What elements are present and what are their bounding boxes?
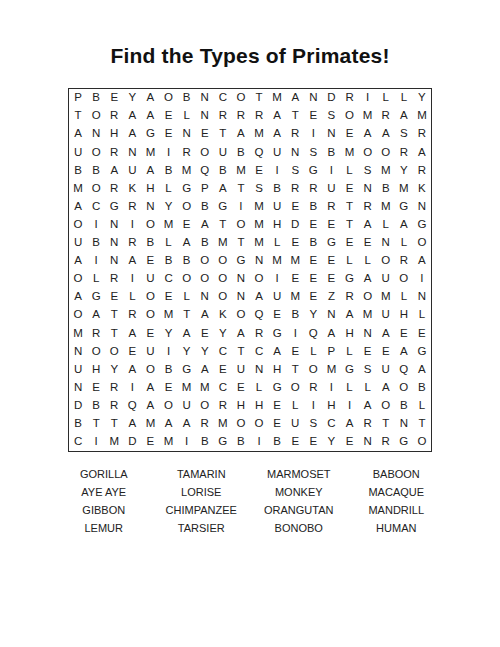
grid-cell-r5c6: B xyxy=(160,161,178,179)
grid-cell-r20c19: G xyxy=(395,433,413,451)
grid-cell-r18c4: Q xyxy=(123,397,141,415)
grid-cell-r10c6: B xyxy=(160,252,178,270)
grid-cell-r1c18: L xyxy=(377,89,395,107)
grid-cell-r18c5: A xyxy=(141,397,159,415)
grid-cell-r2c5: A xyxy=(141,107,159,125)
grid-cell-r4c6: I xyxy=(160,143,178,161)
grid-cell-r15c16: L xyxy=(341,342,359,360)
grid-cell-r17c6: E xyxy=(160,379,178,397)
grid-cell-r18c2: B xyxy=(87,397,105,415)
grid-cell-r17c16: L xyxy=(341,379,359,397)
grid-cell-r12c3: E xyxy=(105,288,123,306)
grid-cell-r9c12: L xyxy=(268,234,286,252)
grid-cell-r6c18: B xyxy=(377,180,395,198)
grid-cell-r15c20: G xyxy=(413,342,431,360)
grid-cell-r2c2: O xyxy=(87,107,105,125)
grid-cell-r16c12: H xyxy=(268,361,286,379)
grid-cell-r11c5: U xyxy=(141,270,159,288)
grid-cell-r8c15: E xyxy=(322,216,340,234)
grid-cell-r18c17: A xyxy=(359,397,377,415)
grid-cell-r2c16: O xyxy=(341,107,359,125)
grid-cell-r10c17: L xyxy=(359,252,377,270)
grid-cell-r4c11: Q xyxy=(250,143,268,161)
grid-cell-r16c6: B xyxy=(160,361,178,379)
grid-cell-r4c10: B xyxy=(232,143,250,161)
grid-cell-r9c8: B xyxy=(196,234,214,252)
grid-cell-r5c20: R xyxy=(413,161,431,179)
grid-cell-r12c9: O xyxy=(214,288,232,306)
grid-cell-r12c19: L xyxy=(395,288,413,306)
grid-cell-r15c1: N xyxy=(69,342,87,360)
grid-cell-r15c5: U xyxy=(141,342,159,360)
grid-cell-r8c3: N xyxy=(105,216,123,234)
grid-cell-r2c8: N xyxy=(196,107,214,125)
grid-cell-r14c1: M xyxy=(69,324,87,342)
grid-cell-r2c3: R xyxy=(105,107,123,125)
grid-cell-r13c2: A xyxy=(87,306,105,324)
grid-cell-r19c9: M xyxy=(214,415,232,433)
grid-cell-r2c14: E xyxy=(304,107,322,125)
grid-cell-r10c9: O xyxy=(214,252,232,270)
grid-cell-r1c16: R xyxy=(341,89,359,107)
grid-cell-r14c7: A xyxy=(178,324,196,342)
grid-cell-r14c15: A xyxy=(322,324,340,342)
grid-cell-r18c19: B xyxy=(395,397,413,415)
grid-cell-r13c8: A xyxy=(196,306,214,324)
grid-cell-r18c15: H xyxy=(322,397,340,415)
grid-cell-r20c5: E xyxy=(141,433,159,451)
grid-cell-r8c14: E xyxy=(304,216,322,234)
grid-cell-r13c14: Y xyxy=(304,306,322,324)
grid-cell-r18c6: O xyxy=(160,397,178,415)
grid-cell-r17c8: M xyxy=(196,379,214,397)
grid-cell-r18c18: O xyxy=(377,397,395,415)
grid-cell-r12c16: R xyxy=(341,288,359,306)
grid-cell-r19c7: A xyxy=(178,415,196,433)
grid-cell-r7c17: R xyxy=(359,198,377,216)
grid-cell-r13c15: N xyxy=(322,306,340,324)
word-list-item-r4c2: TARSIER xyxy=(153,522,251,535)
grid-cell-r8c12: H xyxy=(268,216,286,234)
grid-cell-r18c16: I xyxy=(341,397,359,415)
grid-cell-r6c8: P xyxy=(196,180,214,198)
grid-cell-r10c18: O xyxy=(377,252,395,270)
grid-cell-r15c8: Y xyxy=(196,342,214,360)
grid-cell-r1c14: N xyxy=(304,89,322,107)
grid-cell-r11c1: O xyxy=(69,270,87,288)
grid-cell-r14c10: A xyxy=(232,324,250,342)
grid-cell-r19c20: T xyxy=(413,415,431,433)
grid-cell-r20c12: B xyxy=(268,433,286,451)
grid-cell-r20c13: E xyxy=(286,433,304,451)
grid-cell-r8c9: T xyxy=(214,216,232,234)
grid-cell-r17c4: I xyxy=(123,379,141,397)
grid-cell-r18c3: R xyxy=(105,397,123,415)
grid-cell-r2c17: M xyxy=(359,107,377,125)
grid-cell-r16c20: A xyxy=(413,361,431,379)
grid-cell-r10c8: O xyxy=(196,252,214,270)
grid-cell-r6c11: S xyxy=(250,180,268,198)
grid-cell-r13c16: A xyxy=(341,306,359,324)
grid-cell-r4c7: R xyxy=(178,143,196,161)
grid-cell-r5c5: A xyxy=(141,161,159,179)
grid-cell-r16c1: U xyxy=(69,361,87,379)
grid-cell-r9c9: M xyxy=(214,234,232,252)
grid-cell-r3c13: R xyxy=(286,125,304,143)
word-list-item-r2c1: AYE AYE xyxy=(55,486,153,499)
grid-cell-r18c11: H xyxy=(250,397,268,415)
grid-cell-r17c3: R xyxy=(105,379,123,397)
grid-cell-r19c13: U xyxy=(286,415,304,433)
grid-cell-r13c19: H xyxy=(395,306,413,324)
grid-cell-r6c10: T xyxy=(232,180,250,198)
grid-cell-r20c20: O xyxy=(413,433,431,451)
grid-cell-r6c13: R xyxy=(286,180,304,198)
grid-cell-r6c15: U xyxy=(322,180,340,198)
grid-cell-r5c19: Y xyxy=(395,161,413,179)
grid-cell-r8c6: M xyxy=(160,216,178,234)
grid-cell-r14c14: Q xyxy=(304,324,322,342)
grid-cell-r3c7: N xyxy=(178,125,196,143)
grid-cell-r8c18: L xyxy=(377,216,395,234)
grid-cell-r9c18: N xyxy=(377,234,395,252)
grid-cell-r1c8: N xyxy=(196,89,214,107)
grid-cell-r5c12: I xyxy=(268,161,286,179)
grid-cell-r13c20: L xyxy=(413,306,431,324)
grid-cell-r2c10: R xyxy=(232,107,250,125)
grid-cell-r10c10: G xyxy=(232,252,250,270)
grid-cell-r6c12: B xyxy=(268,180,286,198)
grid-cell-r14c2: R xyxy=(87,324,105,342)
grid-cell-r17c1: N xyxy=(69,379,87,397)
grid-cell-r9c14: B xyxy=(304,234,322,252)
grid-cell-r9c1: U xyxy=(69,234,87,252)
grid-cell-r17c10: E xyxy=(232,379,250,397)
grid-cell-r9c16: E xyxy=(341,234,359,252)
grid-cell-r10c19: R xyxy=(395,252,413,270)
grid-cell-r12c5: O xyxy=(141,288,159,306)
grid-cell-r1c6: O xyxy=(160,89,178,107)
grid-cell-r12c6: E xyxy=(160,288,178,306)
grid-cell-r17c12: G xyxy=(268,379,286,397)
grid-cell-r19c15: C xyxy=(322,415,340,433)
grid-cell-r7c2: C xyxy=(87,198,105,216)
grid-cell-r11c18: U xyxy=(377,270,395,288)
grid-cell-r11c16: G xyxy=(341,270,359,288)
grid-cell-r8c10: O xyxy=(232,216,250,234)
grid-cell-r16c5: O xyxy=(141,361,159,379)
grid-cell-r4c1: U xyxy=(69,143,87,161)
grid-cell-r4c18: O xyxy=(377,143,395,161)
grid-cell-r11c6: C xyxy=(160,270,178,288)
grid-cell-r11c19: O xyxy=(395,270,413,288)
grid-cell-r1c20: Y xyxy=(413,89,431,107)
grid-cell-r11c10: N xyxy=(232,270,250,288)
grid-cell-r15c13: E xyxy=(286,342,304,360)
grid-cell-r20c18: R xyxy=(377,433,395,451)
grid-cell-r9c10: T xyxy=(232,234,250,252)
grid-cell-r8c8: A xyxy=(196,216,214,234)
grid-cell-r14c6: Y xyxy=(160,324,178,342)
grid-cell-r18c12: E xyxy=(268,397,286,415)
grid-cell-r5c11: E xyxy=(250,161,268,179)
grid-cell-r16c18: U xyxy=(377,361,395,379)
grid-cell-r10c15: E xyxy=(322,252,340,270)
grid-cell-r1c12: M xyxy=(268,89,286,107)
grid-cell-r5c18: M xyxy=(377,161,395,179)
grid-cell-r14c3: T xyxy=(105,324,123,342)
grid-cell-r7c7: O xyxy=(178,198,196,216)
grid-cell-r4c14: S xyxy=(304,143,322,161)
grid-cell-r20c16: E xyxy=(341,433,359,451)
grid-cell-r15c7: Y xyxy=(178,342,196,360)
grid-cell-r8c5: O xyxy=(141,216,159,234)
grid-cell-r7c1: A xyxy=(69,198,87,216)
grid-cell-r11c7: O xyxy=(178,270,196,288)
grid-cell-r1c7: B xyxy=(178,89,196,107)
grid-cell-r15c3: O xyxy=(105,342,123,360)
grid-cell-r3c6: E xyxy=(160,125,178,143)
grid-cell-r9c4: R xyxy=(123,234,141,252)
grid-cell-r16c17: S xyxy=(359,361,377,379)
grid-cell-r11c17: A xyxy=(359,270,377,288)
grid-cell-r18c10: H xyxy=(232,397,250,415)
grid-cell-r10c3: N xyxy=(105,252,123,270)
grid-cell-r8c16: T xyxy=(341,216,359,234)
grid-cell-r2c12: A xyxy=(268,107,286,125)
grid-cell-r7c4: R xyxy=(123,198,141,216)
grid-cell-r6c20: K xyxy=(413,180,431,198)
grid-cell-r16c10: U xyxy=(232,361,250,379)
grid-cell-r15c9: C xyxy=(214,342,232,360)
grid-cell-r13c17: M xyxy=(359,306,377,324)
grid-cell-r19c16: A xyxy=(341,415,359,433)
grid-cell-r8c11: M xyxy=(250,216,268,234)
grid-cell-r20c11: I xyxy=(250,433,268,451)
word-list-item-r1c1: GORILLA xyxy=(55,468,153,481)
grid-cell-r12c8: N xyxy=(196,288,214,306)
word-list-item-r3c4: MANDRILL xyxy=(348,504,446,517)
grid-cell-r13c11: Q xyxy=(250,306,268,324)
grid-cell-r2c13: T xyxy=(286,107,304,125)
grid-cell-r3c10: A xyxy=(232,125,250,143)
grid-cell-r20c7: I xyxy=(178,433,196,451)
grid-cell-r7c19: G xyxy=(395,198,413,216)
grid-cell-r15c10: T xyxy=(232,342,250,360)
grid-cell-r16c9: E xyxy=(214,361,232,379)
grid-cell-r3c15: N xyxy=(322,125,340,143)
word-list-item-r4c3: BONOBO xyxy=(250,522,348,535)
word-list: GORILLATAMARINMARMOSETBABOONAYE AYELORIS… xyxy=(55,468,445,535)
word-list-item-r1c2: TAMARIN xyxy=(153,468,251,481)
grid-cell-r17c20: B xyxy=(413,379,431,397)
grid-cell-r13c18: U xyxy=(377,306,395,324)
grid-cell-r3c14: I xyxy=(304,125,322,143)
grid-cell-r18c14: I xyxy=(304,397,322,415)
grid-cell-r18c20: L xyxy=(413,397,431,415)
grid-cell-r8c7: E xyxy=(178,216,196,234)
grid-cell-r5c4: U xyxy=(123,161,141,179)
grid-cell-r11c9: O xyxy=(214,270,232,288)
grid-cell-r20c14: E xyxy=(304,433,322,451)
grid-cell-r16c14: O xyxy=(304,361,322,379)
grid-cell-r9c19: L xyxy=(395,234,413,252)
grid-cell-r7c9: G xyxy=(214,198,232,216)
grid-cell-r10c16: L xyxy=(341,252,359,270)
grid-cell-r1c1: P xyxy=(69,89,87,107)
grid-cell-r11c20: I xyxy=(413,270,431,288)
grid-cell-r16c16: G xyxy=(341,361,359,379)
grid-cell-r12c4: L xyxy=(123,288,141,306)
grid-cell-r10c12: M xyxy=(268,252,286,270)
page-title: Find the Types of Primates! xyxy=(0,44,500,68)
grid-cell-r4c20: A xyxy=(413,143,431,161)
grid-cell-r3c1: A xyxy=(69,125,87,143)
grid-cell-r17c5: A xyxy=(141,379,159,397)
grid-cell-r12c7: L xyxy=(178,288,196,306)
grid-cell-r19c18: T xyxy=(377,415,395,433)
grid-cell-r1c5: A xyxy=(141,89,159,107)
grid-cell-r16c11: N xyxy=(250,361,268,379)
grid-cell-r12c2: G xyxy=(87,288,105,306)
grid-cell-r3c17: A xyxy=(359,125,377,143)
grid-cell-r4c15: B xyxy=(322,143,340,161)
grid-cell-r2c11: R xyxy=(250,107,268,125)
word-list-item-r2c4: MACAQUE xyxy=(348,486,446,499)
grid-cell-r6c6: L xyxy=(160,180,178,198)
grid-cell-r8c13: D xyxy=(286,216,304,234)
grid-cell-r1c9: C xyxy=(214,89,232,107)
grid-cell-r14c11: R xyxy=(250,324,268,342)
grid-cell-r19c8: R xyxy=(196,415,214,433)
grid-cell-r17c13: O xyxy=(286,379,304,397)
grid-cell-r9c6: L xyxy=(160,234,178,252)
grid-cell-r5c14: G xyxy=(304,161,322,179)
grid-cell-r3c12: A xyxy=(268,125,286,143)
grid-cell-r16c7: G xyxy=(178,361,196,379)
grid-cell-r3c18: A xyxy=(377,125,395,143)
grid-cell-r7c20: N xyxy=(413,198,431,216)
grid-cell-r19c19: N xyxy=(395,415,413,433)
grid-cell-r17c7: M xyxy=(178,379,196,397)
grid-cell-r3c16: E xyxy=(341,125,359,143)
grid-cell-r5c17: S xyxy=(359,161,377,179)
grid-cell-r20c17: N xyxy=(359,433,377,451)
grid-cell-r7c14: B xyxy=(304,198,322,216)
grid-cell-r9c11: M xyxy=(250,234,268,252)
grid-cell-r5c2: B xyxy=(87,161,105,179)
grid-cell-r4c17: O xyxy=(359,143,377,161)
grid-cell-r3c11: M xyxy=(250,125,268,143)
grid-cell-r5c10: M xyxy=(232,161,250,179)
grid-cell-r8c20: G xyxy=(413,216,431,234)
grid-cell-r8c17: A xyxy=(359,216,377,234)
grid-cell-r3c9: T xyxy=(214,125,232,143)
grid-cell-r20c8: B xyxy=(196,433,214,451)
grid-cell-r2c19: A xyxy=(395,107,413,125)
grid-cell-r14c9: Y xyxy=(214,324,232,342)
grid-cell-r17c15: I xyxy=(322,379,340,397)
grid-cell-r1c17: I xyxy=(359,89,377,107)
grid-cell-r6c14: R xyxy=(304,180,322,198)
grid-cell-r16c3: Y xyxy=(105,361,123,379)
grid-cell-r15c14: L xyxy=(304,342,322,360)
grid-cell-r19c3: T xyxy=(105,415,123,433)
grid-cell-r16c4: A xyxy=(123,361,141,379)
grid-cell-r20c1: C xyxy=(69,433,87,451)
word-list-item-r4c1: LEMUR xyxy=(55,522,153,535)
grid-cell-r1c15: D xyxy=(322,89,340,107)
grid-cell-r2c15: S xyxy=(322,107,340,125)
word-list-item-r1c3: MARMOSET xyxy=(250,468,348,481)
grid-cell-r4c3: R xyxy=(105,143,123,161)
grid-cell-r4c19: R xyxy=(395,143,413,161)
grid-cell-r13c4: R xyxy=(123,306,141,324)
grid-cell-r1c2: B xyxy=(87,89,105,107)
grid-cell-r13c1: O xyxy=(69,306,87,324)
grid-cell-r11c2: L xyxy=(87,270,105,288)
grid-cell-r1c10: O xyxy=(232,89,250,107)
grid-cell-r6c1: M xyxy=(69,180,87,198)
grid-cell-r12c10: N xyxy=(232,288,250,306)
grid-cell-r20c4: D xyxy=(123,433,141,451)
grid-cell-r16c2: H xyxy=(87,361,105,379)
grid-cell-r1c13: A xyxy=(286,89,304,107)
grid-cell-r7c15: R xyxy=(322,198,340,216)
grid-cell-r19c1: B xyxy=(69,415,87,433)
grid-cell-r6c3: R xyxy=(105,180,123,198)
grid-cell-r13c7: T xyxy=(178,306,196,324)
word-list-item-r3c3: ORANGUTAN xyxy=(250,504,348,517)
grid-cell-r18c8: O xyxy=(196,397,214,415)
grid-cell-r9c2: B xyxy=(87,234,105,252)
grid-cell-r10c4: A xyxy=(123,252,141,270)
grid-cell-r14c4: A xyxy=(123,324,141,342)
grid-cell-r15c17: E xyxy=(359,342,377,360)
worksheet-page: Find the Types of Primates! PBEYAOBNCOTM… xyxy=(0,0,500,647)
grid-cell-r8c19: A xyxy=(395,216,413,234)
grid-cell-r14c19: E xyxy=(395,324,413,342)
grid-cell-r8c1: O xyxy=(69,216,87,234)
grid-cell-r3c4: A xyxy=(123,125,141,143)
grid-cell-r3c20: R xyxy=(413,125,431,143)
grid-cell-r3c19: S xyxy=(395,125,413,143)
grid-cell-r12c15: Z xyxy=(322,288,340,306)
grid-cell-r5c1: B xyxy=(69,161,87,179)
grid-cell-r13c6: M xyxy=(160,306,178,324)
grid-cell-r19c5: M xyxy=(141,415,159,433)
grid-cell-r15c15: P xyxy=(322,342,340,360)
grid-cell-r15c2: O xyxy=(87,342,105,360)
grid-cell-r17c17: L xyxy=(359,379,377,397)
grid-cell-r18c9: R xyxy=(214,397,232,415)
grid-cell-r5c15: I xyxy=(322,161,340,179)
grid-cell-r11c11: O xyxy=(250,270,268,288)
grid-cell-r12c1: A xyxy=(69,288,87,306)
grid-cell-r7c8: B xyxy=(196,198,214,216)
grid-cell-r16c19: Q xyxy=(395,361,413,379)
grid-cell-r18c1: D xyxy=(69,397,87,415)
grid-cell-r3c2: N xyxy=(87,125,105,143)
grid-cell-r20c10: B xyxy=(232,433,250,451)
grid-cell-r6c5: H xyxy=(141,180,159,198)
grid-cell-r4c9: U xyxy=(214,143,232,161)
grid-cell-r12c14: E xyxy=(304,288,322,306)
grid-cell-r17c14: R xyxy=(304,379,322,397)
word-list-item-r2c3: MONKEY xyxy=(250,486,348,499)
word-list-item-r2c2: LORISE xyxy=(153,486,251,499)
grid-cell-r2c4: A xyxy=(123,107,141,125)
